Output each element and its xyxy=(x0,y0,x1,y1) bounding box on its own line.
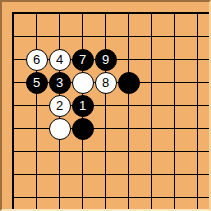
intersection[interactable] xyxy=(48,25,71,48)
intersection[interactable] xyxy=(48,2,71,25)
intersection[interactable] xyxy=(94,140,117,163)
intersection[interactable] xyxy=(48,117,71,140)
white-stone: 6 xyxy=(26,49,48,71)
go-board-diagram: 647953821 xyxy=(0,0,211,211)
intersection[interactable] xyxy=(71,140,94,163)
intersection[interactable]: 4 xyxy=(48,48,71,71)
move-number: 6 xyxy=(33,53,40,66)
intersection[interactable] xyxy=(186,48,209,71)
intersection[interactable] xyxy=(186,2,209,25)
intersection[interactable] xyxy=(186,163,209,186)
intersection[interactable] xyxy=(2,186,25,209)
intersection[interactable] xyxy=(186,140,209,163)
intersection[interactable]: 5 xyxy=(25,71,48,94)
intersection[interactable] xyxy=(2,25,25,48)
intersection[interactable] xyxy=(71,117,94,140)
intersection[interactable] xyxy=(71,163,94,186)
intersection[interactable] xyxy=(2,48,25,71)
intersection[interactable] xyxy=(163,94,186,117)
intersection[interactable] xyxy=(117,2,140,25)
intersection[interactable]: 8 xyxy=(94,71,117,94)
intersection[interactable] xyxy=(186,25,209,48)
intersection[interactable] xyxy=(163,48,186,71)
intersection[interactable] xyxy=(140,71,163,94)
intersection[interactable] xyxy=(186,71,209,94)
intersection[interactable] xyxy=(25,163,48,186)
intersection[interactable] xyxy=(2,140,25,163)
intersection[interactable] xyxy=(140,140,163,163)
intersection[interactable]: 1 xyxy=(71,94,94,117)
move-number: 5 xyxy=(33,76,40,89)
intersection[interactable] xyxy=(25,186,48,209)
intersection[interactable] xyxy=(117,48,140,71)
intersection[interactable] xyxy=(140,25,163,48)
intersection[interactable] xyxy=(140,48,163,71)
intersection[interactable] xyxy=(2,94,25,117)
intersection[interactable] xyxy=(94,94,117,117)
move-number: 8 xyxy=(102,76,109,89)
intersection[interactable] xyxy=(186,186,209,209)
white-stone: 8 xyxy=(95,72,117,94)
intersection[interactable] xyxy=(94,117,117,140)
intersection[interactable]: 6 xyxy=(25,48,48,71)
white-stone xyxy=(49,118,71,140)
intersection[interactable] xyxy=(186,117,209,140)
black-stone: 7 xyxy=(72,49,94,71)
intersection[interactable]: 7 xyxy=(71,48,94,71)
black-stone: 5 xyxy=(26,72,48,94)
black-stone: 9 xyxy=(95,49,117,71)
intersection[interactable] xyxy=(94,186,117,209)
move-number: 4 xyxy=(56,53,63,66)
intersection[interactable]: 9 xyxy=(94,48,117,71)
white-stone: 4 xyxy=(49,49,71,71)
intersection[interactable] xyxy=(25,117,48,140)
intersection[interactable] xyxy=(25,2,48,25)
white-stone xyxy=(72,72,94,94)
intersection[interactable] xyxy=(94,2,117,25)
intersection[interactable] xyxy=(25,25,48,48)
intersection[interactable] xyxy=(117,25,140,48)
intersection[interactable] xyxy=(163,2,186,25)
intersection[interactable] xyxy=(94,163,117,186)
intersection[interactable] xyxy=(71,71,94,94)
intersection[interactable] xyxy=(25,94,48,117)
move-number: 2 xyxy=(56,99,63,112)
intersection[interactable] xyxy=(163,117,186,140)
intersection[interactable] xyxy=(2,117,25,140)
intersection[interactable] xyxy=(71,186,94,209)
intersection[interactable] xyxy=(71,2,94,25)
intersection[interactable] xyxy=(117,71,140,94)
black-stone: 3 xyxy=(49,72,71,94)
intersection[interactable] xyxy=(163,71,186,94)
intersection[interactable] xyxy=(2,163,25,186)
intersection[interactable] xyxy=(48,163,71,186)
black-stone xyxy=(118,72,140,94)
move-number: 1 xyxy=(79,99,86,112)
intersection[interactable] xyxy=(117,94,140,117)
intersection[interactable] xyxy=(140,117,163,140)
intersection[interactable] xyxy=(48,186,71,209)
intersection[interactable] xyxy=(140,186,163,209)
intersection[interactable] xyxy=(117,186,140,209)
intersection[interactable] xyxy=(117,163,140,186)
black-stone: 1 xyxy=(72,95,94,117)
intersection[interactable]: 2 xyxy=(48,94,71,117)
intersection[interactable] xyxy=(94,25,117,48)
move-number: 7 xyxy=(79,53,86,66)
intersection[interactable] xyxy=(25,140,48,163)
move-number: 9 xyxy=(102,53,109,66)
intersection[interactable]: 3 xyxy=(48,71,71,94)
intersection[interactable] xyxy=(48,140,71,163)
intersection[interactable] xyxy=(117,140,140,163)
white-stone: 2 xyxy=(49,95,71,117)
intersection[interactable] xyxy=(186,94,209,117)
board-grid: 647953821 xyxy=(2,2,209,209)
intersection[interactable] xyxy=(71,25,94,48)
black-stone xyxy=(72,118,94,140)
intersection[interactable] xyxy=(140,2,163,25)
intersection[interactable] xyxy=(163,163,186,186)
intersection[interactable] xyxy=(2,2,25,25)
intersection[interactable] xyxy=(117,117,140,140)
intersection[interactable] xyxy=(163,140,186,163)
intersection[interactable] xyxy=(163,25,186,48)
move-number: 3 xyxy=(56,76,63,89)
intersection[interactable] xyxy=(140,94,163,117)
intersection[interactable] xyxy=(140,163,163,186)
intersection[interactable] xyxy=(2,71,25,94)
intersection[interactable] xyxy=(163,186,186,209)
